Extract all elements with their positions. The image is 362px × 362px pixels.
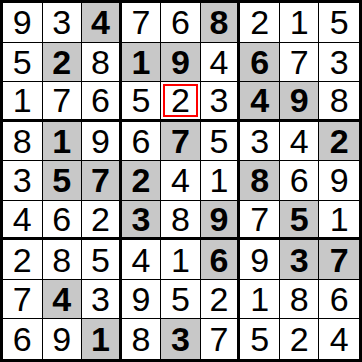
cell-r7c3[interactable]: 5 xyxy=(82,240,122,280)
cell-r6c1[interactable]: 4 xyxy=(3,201,43,241)
cell-r8c6[interactable]: 2 xyxy=(201,280,241,320)
cell-r6c6[interactable]: 9 xyxy=(201,201,241,241)
cell-r4c2[interactable]: 1 xyxy=(43,122,83,162)
cell-r9c4[interactable]: 8 xyxy=(122,319,162,359)
cell-r3c4[interactable]: 5 xyxy=(122,82,162,122)
cell-r2c4[interactable]: 1 xyxy=(122,43,162,83)
cell-r6c5[interactable]: 8 xyxy=(161,201,201,241)
cell-r3c2[interactable]: 7 xyxy=(43,82,83,122)
cell-r8c7[interactable]: 1 xyxy=(240,280,280,320)
cell-r4c7[interactable]: 3 xyxy=(240,122,280,162)
cell-r7c8[interactable]: 3 xyxy=(280,240,320,280)
cell-r1c3[interactable]: 4 xyxy=(82,3,122,43)
cell-r8c5[interactable]: 5 xyxy=(161,280,201,320)
cell-r9c2[interactable]: 9 xyxy=(43,319,83,359)
cell-r2c8[interactable]: 7 xyxy=(280,43,320,83)
cell-r6c8[interactable]: 5 xyxy=(280,201,320,241)
cell-r7c4[interactable]: 4 xyxy=(122,240,162,280)
cell-r1c6[interactable]: 8 xyxy=(201,3,241,43)
cell-r9c7[interactable]: 5 xyxy=(240,319,280,359)
cell-r7c7[interactable]: 9 xyxy=(240,240,280,280)
cell-r3c3[interactable]: 6 xyxy=(82,82,122,122)
cell-r1c8[interactable]: 1 xyxy=(280,3,320,43)
cell-r2c6[interactable]: 4 xyxy=(201,43,241,83)
cell-r3c6[interactable]: 3 xyxy=(201,82,241,122)
cell-r5c5[interactable]: 4 xyxy=(161,161,201,201)
cell-r6c4[interactable]: 3 xyxy=(122,201,162,241)
cell-r1c2[interactable]: 3 xyxy=(43,3,83,43)
cell-r9c9[interactable]: 4 xyxy=(319,319,359,359)
cell-r5c3[interactable]: 7 xyxy=(82,161,122,201)
cell-r7c6[interactable]: 6 xyxy=(201,240,241,280)
cell-r8c3[interactable]: 3 xyxy=(82,280,122,320)
cell-r6c3[interactable]: 2 xyxy=(82,201,122,241)
cell-r6c2[interactable]: 6 xyxy=(43,201,83,241)
cell-r4c3[interactable]: 9 xyxy=(82,122,122,162)
cell-r3c7[interactable]: 4 xyxy=(240,82,280,122)
cell-r4c4[interactable]: 6 xyxy=(122,122,162,162)
cell-r8c4[interactable]: 9 xyxy=(122,280,162,320)
cell-r8c9[interactable]: 6 xyxy=(319,280,359,320)
cell-r5c7[interactable]: 8 xyxy=(240,161,280,201)
cell-r2c2[interactable]: 2 xyxy=(43,43,83,83)
cell-r1c5[interactable]: 6 xyxy=(161,3,201,43)
cell-r2c5[interactable]: 9 xyxy=(161,43,201,83)
cell-r6c7[interactable]: 7 xyxy=(240,201,280,241)
cell-r1c1[interactable]: 9 xyxy=(3,3,43,43)
cell-r9c5[interactable]: 3 xyxy=(161,319,201,359)
cell-r1c9[interactable]: 5 xyxy=(319,3,359,43)
cell-r7c1[interactable]: 2 xyxy=(3,240,43,280)
sudoku-board: 9347682155281946731765234988196753423572… xyxy=(0,0,362,362)
cell-r7c2[interactable]: 8 xyxy=(43,240,83,280)
cell-r5c6[interactable]: 1 xyxy=(201,161,241,201)
cell-r5c1[interactable]: 3 xyxy=(3,161,43,201)
cell-r1c7[interactable]: 2 xyxy=(240,3,280,43)
cell-r1c4[interactable]: 7 xyxy=(122,3,162,43)
cell-r2c1[interactable]: 5 xyxy=(3,43,43,83)
cell-r6c9[interactable]: 1 xyxy=(319,201,359,241)
cell-r8c1[interactable]: 7 xyxy=(3,280,43,320)
cell-r4c1[interactable]: 8 xyxy=(3,122,43,162)
cell-r7c9[interactable]: 7 xyxy=(319,240,359,280)
cell-r3c1[interactable]: 1 xyxy=(3,82,43,122)
cell-r5c2[interactable]: 5 xyxy=(43,161,83,201)
cell-r2c9[interactable]: 3 xyxy=(319,43,359,83)
cell-r5c4[interactable]: 2 xyxy=(122,161,162,201)
cell-r2c7[interactable]: 6 xyxy=(240,43,280,83)
cell-r9c3[interactable]: 1 xyxy=(82,319,122,359)
cell-r4c6[interactable]: 5 xyxy=(201,122,241,162)
cell-r4c8[interactable]: 4 xyxy=(280,122,320,162)
cell-r7c5[interactable]: 1 xyxy=(161,240,201,280)
cell-r5c8[interactable]: 6 xyxy=(280,161,320,201)
cell-r3c5[interactable]: 2 xyxy=(161,82,201,122)
cell-r3c9[interactable]: 8 xyxy=(319,82,359,122)
cell-r9c8[interactable]: 2 xyxy=(280,319,320,359)
cell-r4c9[interactable]: 2 xyxy=(319,122,359,162)
cell-r3c8[interactable]: 9 xyxy=(280,82,320,122)
cell-r9c6[interactable]: 7 xyxy=(201,319,241,359)
cell-r9c1[interactable]: 6 xyxy=(3,319,43,359)
cell-r4c5[interactable]: 7 xyxy=(161,122,201,162)
cell-r5c9[interactable]: 9 xyxy=(319,161,359,201)
cell-r2c3[interactable]: 8 xyxy=(82,43,122,83)
cell-r8c2[interactable]: 4 xyxy=(43,280,83,320)
cell-r8c8[interactable]: 8 xyxy=(280,280,320,320)
